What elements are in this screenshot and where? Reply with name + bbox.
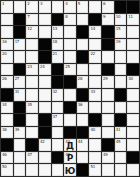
clue-number: 16 (2, 39, 7, 44)
black-cell-r3c7 (77, 26, 89, 38)
white-cell-r14c11[interactable] (127, 164, 139, 176)
white-cell-r12c7[interactable]: 44 (77, 139, 89, 151)
black-cell-r6c11 (127, 64, 139, 76)
clue-number: 40 (90, 127, 95, 132)
white-cell-r2c10[interactable]: 10 (115, 14, 127, 26)
black-cell-r8c7 (77, 89, 89, 101)
clue-number: 41 (116, 127, 121, 132)
black-cell-r10c2 (14, 114, 26, 126)
white-cell-r14c2[interactable] (14, 164, 26, 176)
white-cell-r11c8[interactable]: 40 (89, 127, 101, 139)
crossword-grid: 1234567891011121314151617181920212223242… (0, 0, 140, 177)
black-cell-r8c10 (115, 89, 127, 101)
white-cell-r2c7[interactable] (77, 14, 89, 26)
white-cell-r12c2[interactable] (14, 139, 26, 151)
white-cell-r5c2[interactable] (14, 51, 26, 63)
white-cell-r8c5[interactable]: 32 (52, 89, 64, 101)
black-cell-r1c11 (127, 1, 139, 13)
white-cell-r8c4[interactable] (39, 89, 51, 101)
white-cell-r11c3[interactable] (26, 127, 38, 139)
white-cell-r12c11[interactable] (127, 139, 139, 151)
white-cell-r5c3[interactable] (26, 51, 38, 63)
white-cell-r2c1[interactable] (1, 14, 13, 26)
clue-number: 13 (53, 26, 58, 31)
clue-number: 34 (2, 102, 7, 107)
white-cell-r5c6[interactable] (64, 51, 76, 63)
white-cell-r4c1[interactable]: 16 (1, 39, 13, 51)
white-cell-r14c4[interactable] (39, 164, 51, 176)
clue-number: 31 (15, 89, 20, 94)
black-cell-r12c9 (102, 139, 114, 151)
filled-letter: Р (64, 153, 76, 164)
white-cell-r13c8[interactable] (89, 152, 101, 164)
clue-number: 21 (53, 51, 58, 56)
clue-number: 5 (78, 1, 80, 6)
white-cell-r5c1[interactable]: 20 (1, 51, 13, 63)
clue-number: 17 (15, 39, 20, 44)
black-cell-r3c2 (14, 26, 26, 38)
white-cell-r7c1[interactable]: 26 (1, 76, 13, 88)
clue-number: 47 (27, 152, 32, 157)
black-cell-r1c10 (115, 1, 127, 13)
clue-number: 44 (78, 139, 83, 144)
white-cell-r9c11[interactable] (127, 102, 139, 114)
white-cell-r2c4[interactable] (39, 14, 51, 26)
white-cell-r3c8[interactable]: 14 (89, 26, 101, 38)
white-cell-r1c8[interactable] (89, 1, 101, 13)
clue-number: 30 (128, 76, 133, 81)
black-cell-r14c7 (77, 164, 89, 176)
clue-number: 11 (128, 14, 133, 19)
black-cell-r5c4 (39, 51, 51, 63)
white-cell-r10c6[interactable] (64, 114, 76, 126)
clue-number: 36 (78, 102, 83, 107)
white-cell-r6c10[interactable] (115, 64, 127, 76)
white-cell-r4c3[interactable] (26, 39, 38, 51)
white-cell-r10c1[interactable] (1, 114, 13, 126)
clue-number: 18 (53, 39, 58, 44)
black-cell-r2c5 (52, 14, 64, 26)
white-cell-r4c6[interactable] (64, 39, 76, 51)
white-cell-r13c3[interactable]: 47 (26, 152, 38, 164)
black-cell-r6c9 (102, 64, 114, 76)
white-cell-r5c10[interactable] (115, 51, 127, 63)
clue-number: 42 (40, 139, 45, 144)
white-cell-r5c5[interactable]: 21 (52, 51, 64, 63)
black-cell-r6c5 (52, 64, 64, 76)
clue-number: 22 (90, 51, 95, 56)
black-cell-r10c10 (115, 114, 127, 126)
clue-number: 26 (2, 76, 7, 81)
black-cell-r13c11 (127, 152, 139, 164)
white-cell-r13c9[interactable]: 49 (102, 152, 114, 164)
clue-number: 29 (103, 76, 108, 81)
white-cell-r7c8[interactable] (89, 76, 101, 88)
white-cell-r3c1[interactable] (1, 26, 13, 38)
white-cell-r7c2[interactable]: 27 (14, 76, 26, 88)
white-cell-r7c3[interactable] (26, 76, 38, 88)
clue-number: 25 (65, 64, 70, 69)
black-cell-r10c4 (39, 114, 51, 126)
white-cell-r13c1[interactable]: 46 (1, 152, 13, 164)
white-cell-r3c11[interactable] (127, 26, 139, 38)
white-cell-r14c5[interactable] (52, 164, 64, 176)
black-cell-r11c4 (39, 127, 51, 139)
white-cell-r1c4[interactable]: 3 (39, 1, 51, 13)
white-cell-r14c1[interactable]: 50 (1, 164, 13, 176)
white-cell-r5c9[interactable] (102, 51, 114, 63)
white-cell-r8c8[interactable]: 33 (89, 89, 101, 101)
clue-number: 12 (27, 26, 32, 31)
clue-number: 51 (90, 164, 95, 169)
black-cell-r8c1 (1, 89, 13, 101)
white-cell-r9c8[interactable] (89, 102, 101, 114)
white-cell-r3c4[interactable] (39, 26, 51, 38)
white-cell-r11c9[interactable] (102, 127, 114, 139)
clue-number: 3 (40, 1, 42, 6)
white-cell-r6c4[interactable]: 24 (39, 64, 51, 76)
clue-number: 38 (2, 127, 7, 132)
white-cell-r12c10[interactable]: 45 (115, 139, 127, 151)
black-cell-r5c7 (77, 51, 89, 63)
white-cell-r14c6[interactable]: Ю (64, 164, 76, 176)
black-cell-r12c3 (26, 139, 38, 151)
white-cell-r7c11[interactable]: 30 (127, 76, 139, 88)
clue-number: 20 (2, 51, 7, 56)
clue-number: 15 (116, 26, 121, 31)
white-cell-r9c3[interactable]: 35 (26, 102, 38, 114)
white-cell-r8c3[interactable] (26, 89, 38, 101)
white-cell-r8c11[interactable] (127, 89, 139, 101)
white-cell-r8c9[interactable] (102, 89, 114, 101)
black-cell-r7c5 (52, 76, 64, 88)
black-cell-r9c2 (14, 102, 26, 114)
white-cell-r6c3[interactable]: 23 (26, 64, 38, 76)
black-cell-r10c8 (89, 114, 101, 126)
clue-number: 23 (27, 64, 32, 69)
clue-number: 27 (15, 76, 20, 81)
clue-number: 9 (103, 14, 105, 19)
clue-number: 37 (53, 114, 58, 119)
white-cell-r7c4[interactable] (39, 76, 51, 88)
white-cell-r11c11[interactable] (127, 127, 139, 139)
white-cell-r10c9[interactable] (102, 114, 114, 126)
white-cell-r13c10[interactable] (115, 152, 127, 164)
clue-number: 1 (2, 1, 4, 6)
white-cell-r5c11[interactable] (127, 51, 139, 63)
black-cell-r6c2 (14, 64, 26, 76)
white-cell-r7c9[interactable]: 29 (102, 76, 114, 88)
white-cell-r6c8[interactable] (89, 64, 101, 76)
white-cell-r11c1[interactable]: 38 (1, 127, 13, 139)
black-cell-r2c2 (14, 14, 26, 26)
white-cell-r4c5[interactable]: 18 (52, 39, 64, 51)
black-cell-r11c6 (64, 127, 76, 139)
black-cell-r4c9 (102, 39, 114, 51)
clue-number: 33 (90, 89, 95, 94)
clue-number: 14 (90, 26, 95, 31)
white-cell-r9c7[interactable]: 36 (77, 102, 89, 114)
black-cell-r3c9 (102, 26, 114, 38)
black-cell-r13c5 (52, 152, 64, 164)
white-cell-r12c8[interactable] (89, 139, 101, 151)
clue-number: 7 (27, 14, 29, 19)
clue-number: 46 (2, 152, 7, 157)
white-cell-r3c10[interactable]: 15 (115, 26, 127, 38)
white-cell-r13c4[interactable] (39, 152, 51, 164)
black-cell-r2c8 (89, 14, 101, 26)
white-cell-r5c8[interactable]: 22 (89, 51, 101, 63)
white-cell-r10c7[interactable] (77, 114, 89, 126)
white-cell-r14c3[interactable] (26, 164, 38, 176)
clue-number: 2 (27, 1, 29, 6)
white-cell-r4c2[interactable]: 17 (14, 39, 26, 51)
white-cell-r12c5[interactable] (52, 139, 64, 151)
white-cell-r6c1[interactable] (1, 64, 13, 76)
white-cell-r7c10[interactable] (115, 76, 127, 88)
white-cell-r8c6[interactable] (64, 89, 76, 101)
white-cell-r11c2[interactable]: 39 (14, 127, 26, 139)
white-cell-r11c5[interactable] (52, 127, 64, 139)
filled-letter: Д (64, 140, 76, 151)
white-cell-r4c10[interactable]: 19 (115, 39, 127, 51)
white-cell-r10c11[interactable] (127, 114, 139, 126)
white-cell-r1c1[interactable]: 1 (1, 1, 13, 13)
white-cell-r12c4[interactable]: 42 (39, 139, 51, 151)
clue-number: 8 (65, 14, 67, 19)
white-cell-r3c6[interactable] (64, 26, 76, 38)
white-cell-r1c9[interactable]: 6 (102, 1, 114, 13)
clue-number: 45 (116, 139, 121, 144)
black-cell-r9c6 (64, 102, 76, 114)
clue-number: 50 (2, 164, 7, 169)
white-cell-r2c11[interactable]: 11 (127, 14, 139, 26)
white-cell-r13c6[interactable]: 48Р (64, 152, 76, 164)
white-cell-r1c7[interactable]: 5 (77, 1, 89, 13)
white-cell-r1c6[interactable]: 4 (64, 1, 76, 13)
black-cell-r4c4 (39, 39, 51, 51)
white-cell-r4c8[interactable] (89, 39, 101, 51)
white-cell-r6c6[interactable]: 25 (64, 64, 76, 76)
white-cell-r7c7[interactable]: 28 (77, 76, 89, 88)
clue-number: 49 (103, 152, 108, 157)
clue-number: 19 (116, 39, 121, 44)
white-cell-r14c9[interactable] (102, 164, 114, 176)
white-cell-r14c8[interactable]: 51 (89, 164, 101, 176)
white-cell-r9c1[interactable]: 34 (1, 102, 13, 114)
white-cell-r13c7[interactable] (77, 152, 89, 164)
white-cell-r6c7[interactable] (77, 64, 89, 76)
clue-number: 32 (53, 89, 58, 94)
white-cell-r10c3[interactable] (26, 114, 38, 126)
clue-number: 10 (116, 14, 121, 19)
white-cell-r9c4[interactable] (39, 102, 51, 114)
clue-number: 4 (65, 1, 67, 6)
white-cell-r9c5[interactable] (52, 102, 64, 114)
white-cell-r4c11[interactable] (127, 39, 139, 51)
white-cell-r12c6[interactable]: 43Д (64, 139, 76, 151)
black-cell-r12c1 (1, 139, 13, 151)
white-cell-r10c5[interactable]: 37 (52, 114, 64, 126)
clue-number: 24 (40, 64, 45, 69)
clue-number: 39 (15, 127, 20, 132)
black-cell-r11c7 (77, 127, 89, 139)
white-cell-r1c3[interactable]: 2 (26, 1, 38, 13)
white-cell-r14c10[interactable] (115, 164, 127, 176)
black-cell-r7c6 (64, 76, 76, 88)
white-cell-r3c5[interactable]: 13 (52, 26, 64, 38)
white-cell-r11c10[interactable]: 41 (115, 127, 127, 139)
white-cell-r2c6[interactable]: 8 (64, 14, 76, 26)
white-cell-r1c5[interactable] (52, 1, 64, 13)
white-cell-r9c10[interactable] (115, 102, 127, 114)
white-cell-r4c7[interactable] (77, 39, 89, 51)
clue-number: 35 (27, 102, 32, 107)
white-cell-r8c2[interactable]: 31 (14, 89, 26, 101)
clue-number: 28 (78, 76, 83, 81)
white-cell-r13c2[interactable] (14, 152, 26, 164)
white-cell-r9c9[interactable] (102, 102, 114, 114)
clue-number: 6 (103, 1, 105, 6)
white-cell-r1c2[interactable] (14, 1, 26, 13)
white-cell-r3c3[interactable]: 12 (26, 26, 38, 38)
filled-letter: Ю (64, 165, 76, 176)
white-cell-r2c9[interactable]: 9 (102, 14, 114, 26)
white-cell-r2c3[interactable]: 7 (26, 14, 38, 26)
